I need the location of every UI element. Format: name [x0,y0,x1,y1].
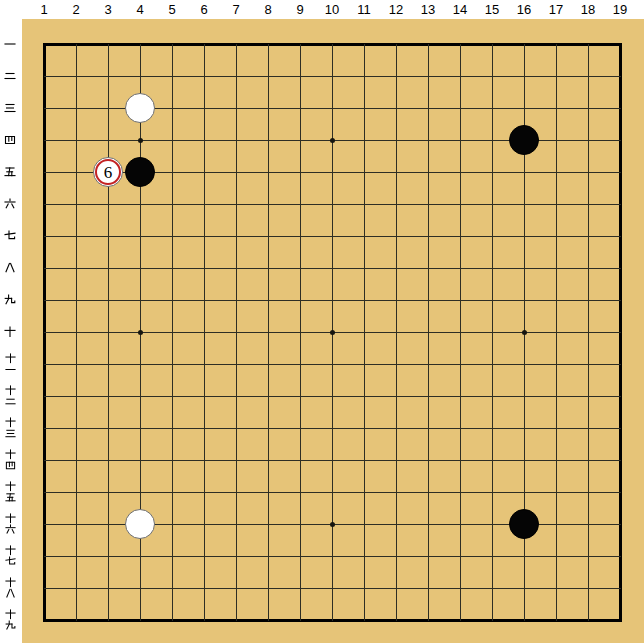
column-label: 13 [412,1,444,18]
row-label [0,417,20,439]
column-label: 19 [604,1,636,18]
column-label: 15 [476,1,508,18]
grid-line [428,44,429,621]
row-label [0,449,20,471]
grid-line [460,44,461,621]
grid-line [492,44,493,621]
row-label [0,545,20,567]
grid-line [44,428,621,429]
row-label [0,230,20,242]
row-label [0,609,20,631]
column-label: 6 [188,1,220,18]
grid-line [556,44,557,621]
move-number-label: 6 [104,164,113,181]
row-label [0,198,20,210]
star-point [138,138,143,143]
row-label [0,513,20,535]
row-label [0,102,20,114]
grid-line [44,396,621,397]
row-label [0,385,20,407]
stone-white: 6 [93,157,123,187]
grid-line [44,556,621,557]
star-point [138,330,143,335]
column-label: 7 [220,1,252,18]
go-diagram: 12345678910111213141516171819 6 [0,0,644,643]
row-label [0,353,20,375]
column-label: 3 [92,1,124,18]
row-label [0,134,20,146]
grid-line [364,44,365,621]
column-label: 5 [156,1,188,18]
column-label: 17 [540,1,572,18]
star-point [522,330,527,335]
column-label: 16 [508,1,540,18]
column-label: 4 [124,1,156,18]
stone-black [509,125,539,155]
column-label: 12 [380,1,412,18]
row-label [0,262,20,274]
grid-line [44,588,621,589]
row-label [0,326,20,338]
row-label [0,294,20,306]
row-label [0,70,20,82]
column-label: 1 [28,1,60,18]
column-label: 9 [284,1,316,18]
stone-white [125,93,155,123]
grid-line [396,44,397,621]
column-label: 8 [252,1,284,18]
column-label: 14 [444,1,476,18]
column-label: 18 [572,1,604,18]
grid-line [44,492,621,493]
row-label [0,38,20,50]
column-label: 10 [316,1,348,18]
grid-line [44,364,621,365]
stone-white [125,509,155,539]
star-point [330,522,335,527]
stone-black [509,509,539,539]
grid-line [588,44,589,621]
row-label [0,481,20,503]
board-surface[interactable]: 6 [22,19,644,643]
row-label [0,166,20,178]
row-label [0,577,20,599]
stone-black [125,157,155,187]
column-label: 11 [348,1,380,18]
grid-line [44,460,621,461]
star-point [330,138,335,143]
column-label: 2 [60,1,92,18]
star-point [330,330,335,335]
